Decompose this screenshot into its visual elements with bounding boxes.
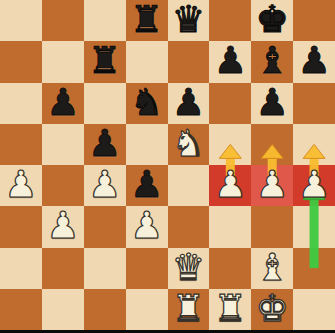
black-pawn-d4[interactable]: ♟ xyxy=(130,166,163,203)
piece-cell-e8: ♛ xyxy=(168,0,210,41)
piece-cell-h4: ♟ xyxy=(293,165,335,206)
white-pawn-b3[interactable]: ♟ xyxy=(46,207,79,244)
piece-cell-h7: ♟ xyxy=(293,41,335,82)
piece-cell-g2: ♝ xyxy=(251,248,293,289)
piece-cell-b2 xyxy=(42,248,84,289)
piece-cell-g7: ♝ xyxy=(251,41,293,82)
piece-cell-c5: ♟ xyxy=(84,124,126,165)
piece-cell-d5 xyxy=(126,124,168,165)
white-pawn-c4[interactable]: ♟ xyxy=(88,166,121,203)
white-pawn-g4[interactable]: ♟ xyxy=(256,166,289,203)
piece-cell-h2 xyxy=(293,248,335,289)
white-knight-e5[interactable]: ♞ xyxy=(172,125,205,162)
piece-cell-d6: ♞ xyxy=(126,83,168,124)
piece-cell-d3: ♟ xyxy=(126,206,168,247)
piece-cell-b4 xyxy=(42,165,84,206)
piece-cell-g6: ♟ xyxy=(251,83,293,124)
piece-cell-a3 xyxy=(0,206,42,247)
piece-cell-d1 xyxy=(126,289,168,330)
piece-cell-d7 xyxy=(126,41,168,82)
black-pawn-g6[interactable]: ♟ xyxy=(256,84,289,121)
piece-cell-c1 xyxy=(84,289,126,330)
white-pawn-f4[interactable]: ♟ xyxy=(214,166,247,203)
black-rook-d8[interactable]: ♜ xyxy=(130,1,163,38)
piece-cell-a2 xyxy=(0,248,42,289)
piece-cell-g1: ♚ xyxy=(251,289,293,330)
piece-cell-f6 xyxy=(209,83,251,124)
piece-cell-c3 xyxy=(84,206,126,247)
piece-cell-a7 xyxy=(0,41,42,82)
white-pawn-h4[interactable]: ♟ xyxy=(297,166,330,203)
chess-app: ♜♛♚♜♟♝♟♟♞♟♟♟♞♟♟♟♟♟♟♟♟♛♝♜♜♚ xyxy=(0,0,335,333)
chess-board: ♜♛♚♜♟♝♟♟♞♟♟♟♞♟♟♟♟♟♟♟♟♛♝♜♜♚ xyxy=(0,0,335,330)
piece-cell-f1: ♜ xyxy=(209,289,251,330)
piece-cell-b5 xyxy=(42,124,84,165)
black-bishop-g7[interactable]: ♝ xyxy=(256,42,289,79)
white-bishop-g2[interactable]: ♝ xyxy=(256,249,289,286)
white-rook-f1[interactable]: ♜ xyxy=(214,290,247,327)
piece-cell-b6: ♟ xyxy=(42,83,84,124)
piece-cell-b7 xyxy=(42,41,84,82)
piece-cell-c4: ♟ xyxy=(84,165,126,206)
piece-cell-g4: ♟ xyxy=(251,165,293,206)
piece-cell-d2 xyxy=(126,248,168,289)
piece-cell-b3: ♟ xyxy=(42,206,84,247)
piece-cell-d4: ♟ xyxy=(126,165,168,206)
white-pawn-a4[interactable]: ♟ xyxy=(4,166,37,203)
piece-cell-h1 xyxy=(293,289,335,330)
piece-cell-a1 xyxy=(0,289,42,330)
piece-cell-e1: ♜ xyxy=(168,289,210,330)
piece-cell-a5 xyxy=(0,124,42,165)
piece-cell-e7 xyxy=(168,41,210,82)
piece-cell-e5: ♞ xyxy=(168,124,210,165)
piece-cell-d8: ♜ xyxy=(126,0,168,41)
white-king-g1[interactable]: ♚ xyxy=(256,290,289,327)
black-knight-d6[interactable]: ♞ xyxy=(130,84,163,121)
piece-cell-f5 xyxy=(209,124,251,165)
black-pawn-b6[interactable]: ♟ xyxy=(46,84,79,121)
piece-cell-e2: ♛ xyxy=(168,248,210,289)
piece-cell-g5 xyxy=(251,124,293,165)
black-pawn-f7[interactable]: ♟ xyxy=(214,42,247,79)
piece-cell-h3 xyxy=(293,206,335,247)
piece-cell-c6 xyxy=(84,83,126,124)
white-pawn-d3[interactable]: ♟ xyxy=(130,207,163,244)
black-pawn-e6[interactable]: ♟ xyxy=(172,84,205,121)
piece-cell-f2 xyxy=(209,248,251,289)
piece-cell-h5 xyxy=(293,124,335,165)
piece-cell-e4 xyxy=(168,165,210,206)
piece-cell-h8 xyxy=(293,0,335,41)
piece-cell-f3 xyxy=(209,206,251,247)
piece-cell-b8 xyxy=(42,0,84,41)
black-pawn-h7[interactable]: ♟ xyxy=(297,42,330,79)
board-pieces-layer: ♜♛♚♜♟♝♟♟♞♟♟♟♞♟♟♟♟♟♟♟♟♛♝♜♜♚ xyxy=(0,0,335,330)
piece-cell-b1 xyxy=(42,289,84,330)
piece-cell-f4: ♟ xyxy=(209,165,251,206)
piece-cell-c2 xyxy=(84,248,126,289)
piece-cell-c7: ♜ xyxy=(84,41,126,82)
piece-cell-e3 xyxy=(168,206,210,247)
piece-cell-g3 xyxy=(251,206,293,247)
piece-cell-h6 xyxy=(293,83,335,124)
black-queen-e8[interactable]: ♛ xyxy=(172,1,205,38)
piece-cell-a6 xyxy=(0,83,42,124)
piece-cell-f7: ♟ xyxy=(209,41,251,82)
black-king-g8[interactable]: ♚ xyxy=(256,1,289,38)
piece-cell-a8 xyxy=(0,0,42,41)
piece-cell-g8: ♚ xyxy=(251,0,293,41)
white-rook-e1[interactable]: ♜ xyxy=(172,290,205,327)
black-rook-c7[interactable]: ♜ xyxy=(88,42,121,79)
piece-cell-f8 xyxy=(209,0,251,41)
white-queen-e2[interactable]: ♛ xyxy=(172,249,205,286)
piece-cell-a4: ♟ xyxy=(0,165,42,206)
piece-cell-e6: ♟ xyxy=(168,83,210,124)
black-pawn-c5[interactable]: ♟ xyxy=(88,125,121,162)
piece-cell-c8 xyxy=(84,0,126,41)
